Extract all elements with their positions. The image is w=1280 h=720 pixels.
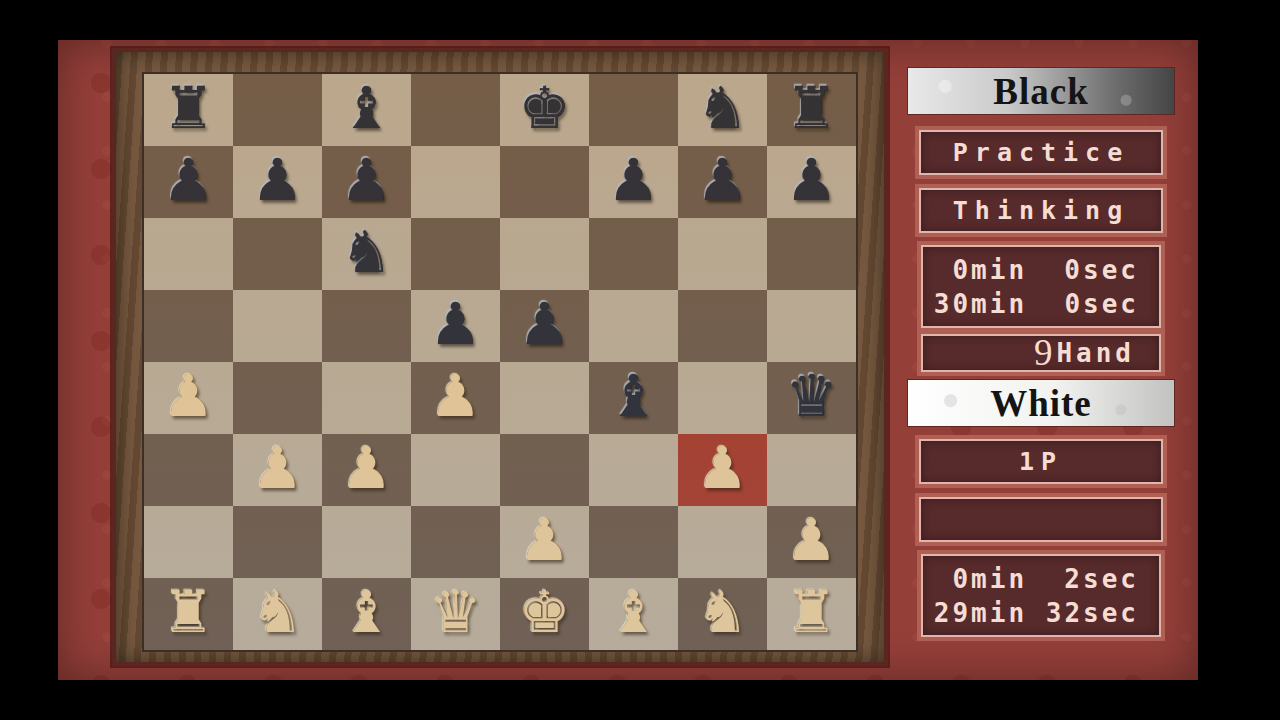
info-sidebar: Black Practice Thinking 0min 0sec 30min … [908,64,1174,637]
square-b3[interactable]: ♟ [233,434,322,506]
black-pawn: ♟ [697,144,749,216]
white-pawn: ♟ [786,504,838,576]
white-pawn: ♟ [430,360,482,432]
square-h7[interactable]: ♟ [767,146,856,218]
black-knight: ♞ [697,72,749,144]
square-h6[interactable] [767,218,856,290]
square-b4[interactable] [233,362,322,434]
black-bishop: ♝ [341,72,393,144]
square-g8[interactable]: ♞ [678,74,767,146]
white-status-panel [919,497,1163,542]
square-c7[interactable]: ♟ [322,146,411,218]
black-rook: ♜ [786,72,838,144]
square-b8[interactable] [233,74,322,146]
square-d5[interactable]: ♟ [411,290,500,362]
square-c8[interactable]: ♝ [322,74,411,146]
square-h1[interactable]: ♜ [767,578,856,650]
square-a7[interactable]: ♟ [144,146,233,218]
white-player-label: White [990,382,1092,425]
black-king: ♚ [519,72,571,144]
square-h4[interactable]: ♛ [767,362,856,434]
white-player-panel: 1P [919,439,1163,484]
square-d1[interactable]: ♛ [411,578,500,650]
white-pawn: ♟ [519,504,571,576]
white-bishop: ♝ [608,576,660,648]
black-pawn: ♟ [341,144,393,216]
square-a5[interactable] [144,290,233,362]
white-pawn: ♟ [252,432,304,504]
move-counter-number: 9 [1034,335,1053,371]
black-player-header: Black [908,68,1174,114]
square-h5[interactable] [767,290,856,362]
square-g6[interactable] [678,218,767,290]
white-king: ♚ [519,576,571,648]
white-pawn: ♟ [163,360,215,432]
square-b2[interactable] [233,506,322,578]
square-e6[interactable] [500,218,589,290]
black-pawn: ♟ [430,288,482,360]
square-g2[interactable] [678,506,767,578]
white-knight: ♞ [697,576,749,648]
square-a3[interactable] [144,434,233,506]
black-pawn: ♟ [519,288,571,360]
move-counter-suffix: Hand [1056,338,1135,368]
square-c1[interactable]: ♝ [322,578,411,650]
square-f8[interactable] [589,74,678,146]
square-d8[interactable] [411,74,500,146]
white-rook: ♜ [786,576,838,648]
game-screen: ♜♝♚♞♜♟♟♟♟♟♟♞♟♟♟♟♝♛♟♟♟♟♟♜♞♝♛♚♝♞♜ Black Pr… [58,40,1198,680]
square-f3[interactable] [589,434,678,506]
square-c6[interactable]: ♞ [322,218,411,290]
white-queen: ♛ [430,576,482,648]
black-time-left: 30min 0sec [934,287,1139,321]
square-b5[interactable] [233,290,322,362]
white-player-header: White [908,380,1174,426]
black-player-label: Black [993,70,1088,113]
square-f1[interactable]: ♝ [589,578,678,650]
square-c5[interactable] [322,290,411,362]
black-pawn: ♟ [163,144,215,216]
square-c3[interactable]: ♟ [322,434,411,506]
square-f6[interactable] [589,218,678,290]
square-a6[interactable] [144,218,233,290]
square-a2[interactable] [144,506,233,578]
square-d4[interactable]: ♟ [411,362,500,434]
black-status-label: Thinking [953,196,1129,225]
white-timer-panel: 0min 2sec 29min 32sec [921,554,1161,637]
square-e5[interactable]: ♟ [500,290,589,362]
square-g3[interactable]: ♟ [678,434,767,506]
black-mode-panel: Practice [919,130,1163,175]
square-h3[interactable] [767,434,856,506]
square-e2[interactable]: ♟ [500,506,589,578]
square-e7[interactable] [500,146,589,218]
chess-board-frame: ♜♝♚♞♜♟♟♟♟♟♟♞♟♟♟♟♝♛♟♟♟♟♟♜♞♝♛♚♝♞♜ [112,48,888,666]
white-player-id-label: 1P [1019,447,1063,476]
square-e4[interactable] [500,362,589,434]
square-e8[interactable]: ♚ [500,74,589,146]
square-b6[interactable] [233,218,322,290]
square-f4[interactable]: ♝ [589,362,678,434]
black-knight: ♞ [341,216,393,288]
square-a4[interactable]: ♟ [144,362,233,434]
square-g4[interactable] [678,362,767,434]
black-bishop: ♝ [608,360,660,432]
square-g5[interactable] [678,290,767,362]
chess-board: ♜♝♚♞♜♟♟♟♟♟♟♞♟♟♟♟♝♛♟♟♟♟♟♜♞♝♛♚♝♞♜ [142,72,858,652]
white-bishop: ♝ [341,576,393,648]
black-queen: ♛ [786,360,838,432]
square-g7[interactable]: ♟ [678,146,767,218]
black-status-panel: Thinking [919,188,1163,233]
black-time-used: 0min 0sec [952,253,1139,287]
white-time-left: 29min 32sec [934,596,1139,630]
square-a1[interactable]: ♜ [144,578,233,650]
square-d7[interactable] [411,146,500,218]
square-h8[interactable]: ♜ [767,74,856,146]
square-d3[interactable] [411,434,500,506]
square-h2[interactable]: ♟ [767,506,856,578]
white-rook: ♜ [163,576,215,648]
black-timer-panel: 0min 0sec 30min 0sec [921,245,1161,328]
square-e3[interactable] [500,434,589,506]
black-mode-label: Practice [953,138,1129,167]
square-c4[interactable] [322,362,411,434]
square-a8[interactable]: ♜ [144,74,233,146]
black-pawn: ♟ [608,144,660,216]
square-b7[interactable]: ♟ [233,146,322,218]
white-pawn: ♟ [697,432,749,504]
square-b1[interactable]: ♞ [233,578,322,650]
square-f5[interactable] [589,290,678,362]
move-counter-panel: 9 Hand [921,334,1161,372]
square-d6[interactable] [411,218,500,290]
black-pawn: ♟ [252,144,304,216]
square-f7[interactable]: ♟ [589,146,678,218]
white-pawn: ♟ [341,432,393,504]
white-time-used: 0min 2sec [952,562,1139,596]
black-pawn: ♟ [786,144,838,216]
square-e1[interactable]: ♚ [500,578,589,650]
square-f2[interactable] [589,506,678,578]
square-c2[interactable] [322,506,411,578]
square-d2[interactable] [411,506,500,578]
white-knight: ♞ [252,576,304,648]
square-g1[interactable]: ♞ [678,578,767,650]
black-rook: ♜ [163,72,215,144]
